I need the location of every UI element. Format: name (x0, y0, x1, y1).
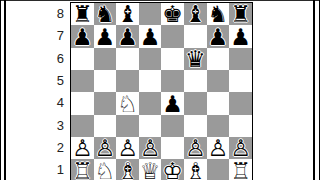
square-a7[interactable]: ♟♟ (71, 25, 94, 47)
black-bishop-icon: ♝ (116, 3, 139, 25)
square-c5[interactable] (116, 70, 139, 92)
square-b2[interactable]: ♙♙ (94, 137, 117, 159)
square-c4[interactable]: ♞♘ (116, 92, 139, 114)
square-c3[interactable] (116, 115, 139, 137)
square-h4[interactable] (229, 92, 252, 114)
black-knight-icon: ♞ (94, 3, 117, 25)
square-c2[interactable]: ♙♙ (116, 137, 139, 159)
white-rook-icon: ♖ (229, 159, 252, 180)
square-h2[interactable]: ♙♙ (229, 137, 252, 159)
square-h8[interactable]: ♜♜ (229, 3, 252, 25)
square-f6[interactable]: ♛♛ (184, 48, 207, 70)
white-bishop-icon: ♗ (184, 159, 207, 180)
square-d7[interactable]: ♟♟ (139, 25, 162, 47)
square-d3[interactable] (139, 115, 162, 137)
square-g1[interactable] (207, 159, 230, 180)
square-d2[interactable]: ♙♙ (139, 137, 162, 159)
square-d1[interactable]: ♛♕ (139, 159, 162, 180)
rank-label-1: 1 (44, 159, 64, 180)
image-frame-right-inner (313, 0, 315, 180)
black-pawn-icon: ♟ (116, 25, 139, 47)
black-pawn-icon: ♟ (71, 25, 94, 47)
square-f2[interactable]: ♙♙ (184, 137, 207, 159)
square-c7[interactable]: ♟♟ (116, 25, 139, 47)
square-a6[interactable] (71, 48, 94, 70)
square-g2[interactable]: ♙♙ (207, 137, 230, 159)
square-g6[interactable] (207, 48, 230, 70)
square-a4[interactable] (71, 92, 94, 114)
square-f5[interactable] (184, 70, 207, 92)
white-pawn-icon: ♙ (184, 137, 207, 159)
square-b5[interactable] (94, 70, 117, 92)
square-h7[interactable]: ♟♟ (229, 25, 252, 47)
square-b1[interactable]: ♞♘ (94, 159, 117, 180)
black-pawn-icon: ♟ (161, 92, 184, 114)
rank-label-2: 2 (44, 137, 64, 159)
rank-label-6: 6 (44, 48, 64, 70)
black-king-icon: ♚ (161, 3, 184, 25)
square-e2[interactable] (161, 137, 184, 159)
white-knight-icon: ♘ (116, 92, 139, 114)
square-e1[interactable]: ♚♔ (161, 159, 184, 180)
square-e8[interactable]: ♚♚ (161, 3, 184, 25)
square-a2[interactable]: ♙♙ (71, 137, 94, 159)
square-e7[interactable] (161, 25, 184, 47)
square-f3[interactable] (184, 115, 207, 137)
square-f4[interactable] (184, 92, 207, 114)
square-f1[interactable]: ♝♗ (184, 159, 207, 180)
chess-board: ♜♜♞♞♝♝♚♚♝♝♞♞♜♜♟♟♟♟♟♟♟♟♟♟♟♟♛♛♞♘♟♟♙♙♙♙♙♙♙♙… (70, 2, 253, 180)
black-pawn-icon: ♟ (229, 25, 252, 47)
image-frame-left-inner (4, 0, 6, 180)
square-e4[interactable]: ♟♟ (161, 92, 184, 114)
white-pawn-icon: ♙ (116, 137, 139, 159)
rank-label-8: 8 (44, 3, 64, 25)
square-f7[interactable] (184, 25, 207, 47)
square-g8[interactable]: ♞♞ (207, 3, 230, 25)
square-a3[interactable] (71, 115, 94, 137)
square-d4[interactable] (139, 92, 162, 114)
square-c1[interactable]: ♝♗ (116, 159, 139, 180)
square-h1[interactable]: ♜♖ (229, 159, 252, 180)
black-knight-icon: ♞ (207, 3, 230, 25)
rank-label-3: 3 (44, 115, 64, 137)
black-rook-icon: ♜ (229, 3, 252, 25)
rank-label-5: 5 (44, 70, 64, 92)
black-rook-icon: ♜ (71, 3, 94, 25)
rank-label-7: 7 (44, 25, 64, 47)
black-queen-icon: ♛ (184, 48, 207, 70)
rank-label-4: 4 (44, 92, 64, 114)
image-frame-top (0, 0, 320, 1)
square-g3[interactable] (207, 115, 230, 137)
square-a1[interactable]: ♜♖ (71, 159, 94, 180)
white-knight-icon: ♘ (94, 159, 117, 180)
square-c6[interactable] (116, 48, 139, 70)
square-e6[interactable] (161, 48, 184, 70)
square-h3[interactable] (229, 115, 252, 137)
white-pawn-icon: ♙ (229, 137, 252, 159)
white-bishop-icon: ♗ (116, 159, 139, 180)
square-b3[interactable] (94, 115, 117, 137)
black-pawn-icon: ♟ (139, 25, 162, 47)
white-pawn-icon: ♙ (207, 137, 230, 159)
square-d5[interactable] (139, 70, 162, 92)
square-a8[interactable]: ♜♜ (71, 3, 94, 25)
square-g5[interactable] (207, 70, 230, 92)
square-e5[interactable] (161, 70, 184, 92)
white-pawn-icon: ♙ (71, 137, 94, 159)
white-pawn-icon: ♙ (94, 137, 117, 159)
square-c8[interactable]: ♝♝ (116, 3, 139, 25)
square-h5[interactable] (229, 70, 252, 92)
square-b6[interactable] (94, 48, 117, 70)
square-d6[interactable] (139, 48, 162, 70)
square-b4[interactable] (94, 92, 117, 114)
square-f8[interactable]: ♝♝ (184, 3, 207, 25)
square-g4[interactable] (207, 92, 230, 114)
square-b7[interactable]: ♟♟ (94, 25, 117, 47)
square-e3[interactable] (161, 115, 184, 137)
square-a5[interactable] (71, 70, 94, 92)
square-b8[interactable]: ♞♞ (94, 3, 117, 25)
white-pawn-icon: ♙ (139, 137, 162, 159)
white-queen-icon: ♕ (139, 159, 162, 180)
square-g7[interactable]: ♟♟ (207, 25, 230, 47)
white-king-icon: ♔ (161, 159, 184, 180)
black-pawn-icon: ♟ (94, 25, 117, 47)
black-pawn-icon: ♟ (207, 25, 230, 47)
white-rook-icon: ♖ (71, 159, 94, 180)
black-bishop-icon: ♝ (184, 3, 207, 25)
image-frame-left-outer (0, 0, 1, 180)
square-d8[interactable] (139, 3, 162, 25)
square-h6[interactable] (229, 48, 252, 70)
